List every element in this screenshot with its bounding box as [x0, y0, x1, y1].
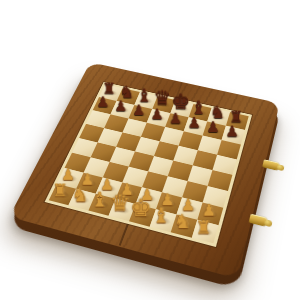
- black-pawn: ♟: [147, 108, 166, 122]
- black-pawn: ♟: [129, 104, 148, 118]
- white-king: ♚: [130, 197, 152, 221]
- black-pawn: ♟: [203, 120, 222, 135]
- square-h1: ♜: [192, 220, 219, 244]
- white-queen: ♛: [109, 192, 130, 215]
- white-bishop: ♝: [151, 205, 173, 226]
- black-pawn: ♟: [222, 125, 242, 140]
- white-rook: ♜: [50, 183, 71, 200]
- white-knight: ♞: [69, 185, 90, 204]
- black-pawn: ♟: [166, 112, 185, 126]
- white-knight: ♞: [171, 212, 193, 232]
- square-h4: [208, 170, 233, 191]
- photo-background: ♜♞♝♛♚♝♞♜♟♟♟♟♟♟♟♟♟♟♟♟♟♟♟♟♜♞♝♛♚♝♞♜: [0, 0, 300, 300]
- black-pawn: ♟: [93, 95, 112, 109]
- chess-board: ♜♞♝♛♚♝♞♜♟♟♟♟♟♟♟♟♟♟♟♟♟♟♟♟♜♞♝♛♚♝♞♜: [9, 62, 280, 278]
- square-h6: [217, 140, 241, 159]
- square-f6: [179, 131, 203, 150]
- black-pawn: ♟: [184, 116, 203, 131]
- fold-seam: [119, 224, 129, 246]
- square-b4: [91, 142, 116, 161]
- square-g6: [198, 136, 222, 155]
- black-pawn: ♟: [111, 99, 130, 113]
- white-bishop: ♝: [89, 189, 110, 209]
- board-grid: ♜♞♝♛♚♝♞♜♟♟♟♟♟♟♟♟♟♟♟♟♟♟♟♟♜♞♝♛♚♝♞♜: [49, 84, 249, 243]
- square-e4: [148, 156, 173, 176]
- board-frame: ♜♞♝♛♚♝♞♜♟♟♟♟♟♟♟♟♟♟♟♟♟♟♟♟♜♞♝♛♚♝♞♜: [9, 62, 280, 278]
- board-border: ♜♞♝♛♚♝♞♜♟♟♟♟♟♟♟♟♟♟♟♟♟♟♟♟♜♞♝♛♚♝♞♜: [45, 82, 252, 247]
- white-rook: ♜: [193, 219, 215, 237]
